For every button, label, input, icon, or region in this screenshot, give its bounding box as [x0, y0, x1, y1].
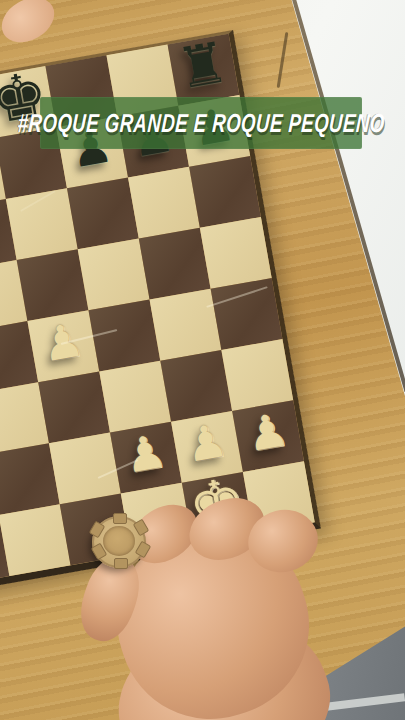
- square-h2: ♟: [232, 400, 304, 472]
- square-f3: [99, 361, 171, 433]
- white-pawn: ♟: [182, 417, 231, 469]
- black-rook: ♜: [173, 34, 232, 98]
- white-pawn: ♟: [243, 406, 292, 458]
- square-d1: [0, 504, 70, 576]
- square-e3: [38, 371, 110, 443]
- white-pawn: ♟: [121, 427, 170, 479]
- square-h8: ♜: [168, 34, 240, 106]
- caption-text: #ROQUE GRANDE E ROQUE PEQUENO: [17, 108, 386, 138]
- square-g6: [128, 167, 200, 239]
- caption-banner: #ROQUE GRANDE E ROQUE PEQUENO: [40, 97, 362, 149]
- square-f5: [78, 239, 150, 311]
- square-h6: [189, 156, 261, 228]
- square-g4: [150, 289, 222, 361]
- square-h3: [221, 339, 293, 411]
- square-f4: [88, 300, 160, 372]
- square-e2: [49, 432, 121, 504]
- white-king: ♚: [184, 469, 250, 540]
- square-e1: [60, 494, 132, 566]
- video-frame: ♚♜♟♟♟♟♟♟♟♟♚ #ROQUE GRANDE E ROQUE PEQUEN…: [0, 0, 405, 720]
- square-h5: [200, 217, 272, 289]
- square-g5: [139, 228, 211, 300]
- square-e4: ♟: [27, 310, 99, 382]
- square-f2: ♟: [110, 422, 182, 494]
- black-pawn: ♟: [0, 205, 4, 257]
- square-f6: [67, 177, 139, 249]
- square-f1: [121, 483, 193, 555]
- square-h4: [211, 278, 283, 350]
- square-g3: [160, 350, 232, 422]
- square-e5: [17, 249, 89, 321]
- square-h1: [243, 461, 315, 533]
- square-g1: ♚: [182, 472, 254, 544]
